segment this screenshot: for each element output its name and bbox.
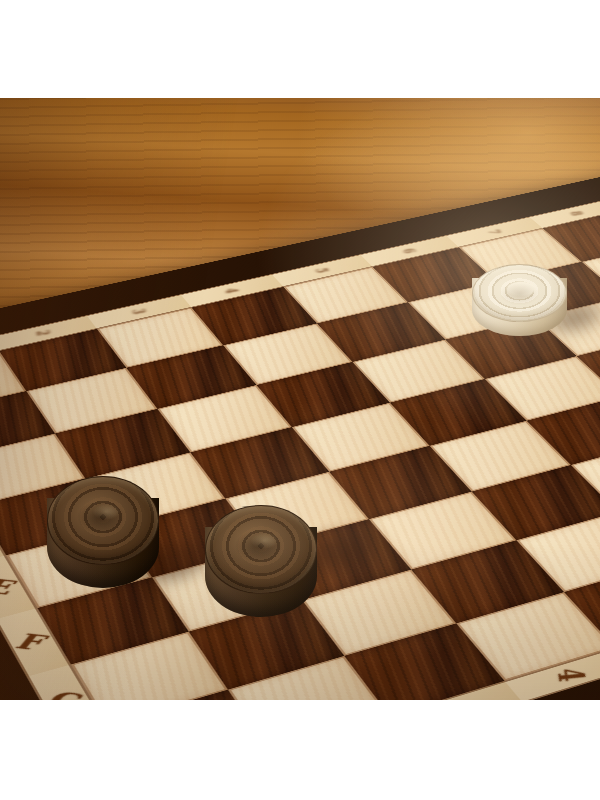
piece-top-face <box>205 505 317 594</box>
letterbox-bottom <box>0 700 600 800</box>
checker-piece-dark-E1[interactable] <box>47 476 159 588</box>
letterbox-top <box>0 0 600 98</box>
photo-of-checkers-board: 12345678AABBCCDDEEFFGGHH12345678 <box>0 98 600 700</box>
piece-top-face <box>472 264 567 322</box>
piece-top-face <box>47 476 159 565</box>
checker-piece-white-C6[interactable] <box>472 264 567 336</box>
pieces-layer <box>0 98 600 700</box>
checker-piece-dark-F2[interactable] <box>205 505 317 617</box>
